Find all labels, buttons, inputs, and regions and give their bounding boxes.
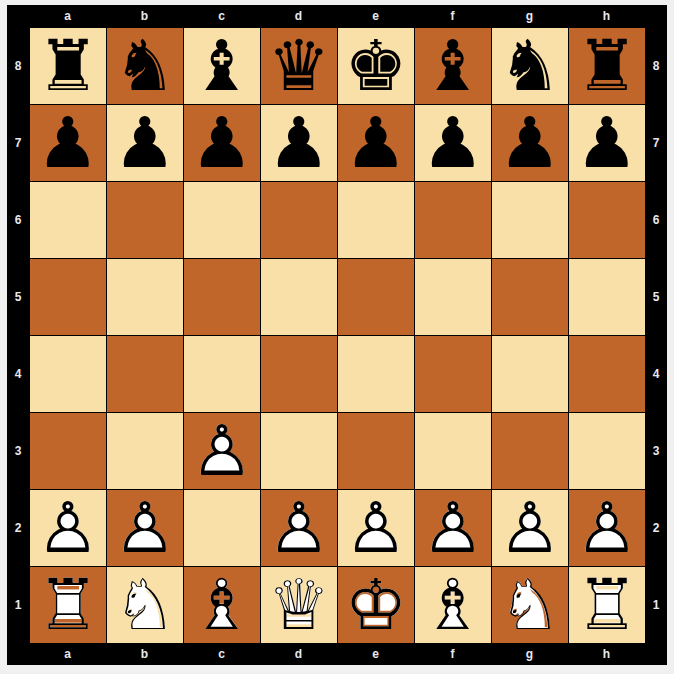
square-e6[interactable] [337, 181, 414, 258]
piece-white-pawn[interactable]: ♟♙ [30, 490, 106, 566]
piece-white-pawn[interactable]: ♟♙ [184, 413, 260, 489]
square-h1[interactable]: ♜♖ [568, 566, 645, 643]
piece-white-rook[interactable]: ♜♖ [30, 567, 106, 643]
square-f6[interactable] [414, 181, 491, 258]
black-bishop-glyph: ♝ [415, 28, 491, 104]
white-pawn-glyph: ♟ [107, 490, 183, 566]
square-b6[interactable] [106, 181, 183, 258]
white-pawn-glyph: ♟ [261, 490, 337, 566]
black-pawn-glyph: ♟ [184, 105, 260, 181]
piece-black-pawn[interactable]: ♟ [338, 105, 414, 181]
square-h5[interactable] [568, 258, 645, 335]
square-e7[interactable]: ♟ [337, 104, 414, 181]
square-g8[interactable]: ♞ [491, 27, 568, 104]
square-b2[interactable]: ♟♙ [106, 489, 183, 566]
square-e5[interactable] [337, 258, 414, 335]
square-a1[interactable]: ♜♖ [29, 566, 106, 643]
rank-label-right-1: 1 [645, 566, 667, 643]
piece-white-queen[interactable]: ♛♕ [261, 567, 337, 643]
black-pawn-glyph: ♟ [415, 105, 491, 181]
square-h6[interactable] [568, 181, 645, 258]
square-d8[interactable]: ♛ [260, 27, 337, 104]
square-h4[interactable] [568, 335, 645, 412]
square-b7[interactable]: ♟ [106, 104, 183, 181]
rank-label-right-2: 2 [645, 489, 667, 566]
white-rook-glyph: ♜ [30, 567, 106, 643]
square-d1[interactable]: ♛♕ [260, 566, 337, 643]
file-label-bottom-b: b [106, 643, 183, 665]
square-h2[interactable]: ♟♙ [568, 489, 645, 566]
piece-black-pawn[interactable]: ♟ [261, 105, 337, 181]
square-g4[interactable] [491, 335, 568, 412]
square-e1[interactable]: ♚♔ [337, 566, 414, 643]
file-label-bottom-e: e [337, 643, 414, 665]
white-pawn-glyph: ♟ [184, 413, 260, 489]
rank-label-right-6: 6 [645, 181, 667, 258]
black-queen-glyph: ♛ [261, 28, 337, 104]
square-h3[interactable] [568, 412, 645, 489]
square-g6[interactable] [491, 181, 568, 258]
file-label-top-a: a [29, 5, 106, 27]
piece-black-rook[interactable]: ♜ [30, 28, 106, 104]
white-pawn-outline-glyph: ♙ [30, 490, 106, 566]
square-d7[interactable]: ♟ [260, 104, 337, 181]
white-queen-glyph: ♛ [261, 567, 337, 643]
white-knight-glyph: ♞ [107, 567, 183, 643]
white-bishop-glyph: ♝ [184, 567, 260, 643]
piece-white-pawn[interactable]: ♟♙ [415, 490, 491, 566]
rank-label-right-4: 4 [645, 335, 667, 412]
square-d6[interactable] [260, 181, 337, 258]
white-pawn-outline-glyph: ♙ [107, 490, 183, 566]
square-b1[interactable]: ♞♘ [106, 566, 183, 643]
square-g7[interactable]: ♟ [491, 104, 568, 181]
piece-white-pawn[interactable]: ♟♙ [261, 490, 337, 566]
piece-white-rook[interactable]: ♜♖ [569, 567, 645, 643]
square-c4[interactable] [183, 335, 260, 412]
square-g1[interactable]: ♞♘ [491, 566, 568, 643]
rank-label-right-3: 3 [645, 412, 667, 489]
file-label-top-g: g [491, 5, 568, 27]
frame-corner [7, 5, 29, 27]
black-king-glyph: ♚ [338, 28, 414, 104]
white-pawn-glyph: ♟ [338, 490, 414, 566]
white-pawn-glyph: ♟ [569, 490, 645, 566]
square-b8[interactable]: ♞ [106, 27, 183, 104]
frame-corner [645, 643, 667, 665]
file-label-top-h: h [568, 5, 645, 27]
square-c7[interactable]: ♟ [183, 104, 260, 181]
rank-label-right-8: 8 [645, 27, 667, 104]
square-e2[interactable]: ♟♙ [337, 489, 414, 566]
piece-black-bishop[interactable]: ♝ [184, 28, 260, 104]
square-g2[interactable]: ♟♙ [491, 489, 568, 566]
rank-label-left-6: 6 [7, 181, 29, 258]
square-f1[interactable]: ♝♗ [414, 566, 491, 643]
file-label-top-d: d [260, 5, 337, 27]
white-rook-outline-glyph: ♖ [30, 567, 106, 643]
white-knight-outline-glyph: ♘ [107, 567, 183, 643]
square-d5[interactable] [260, 258, 337, 335]
square-a7[interactable]: ♟ [29, 104, 106, 181]
square-a8[interactable]: ♜ [29, 27, 106, 104]
square-b4[interactable] [106, 335, 183, 412]
square-f2[interactable]: ♟♙ [414, 489, 491, 566]
file-label-bottom-a: a [29, 643, 106, 665]
piece-white-pawn[interactable]: ♟♙ [107, 490, 183, 566]
square-c8[interactable]: ♝ [183, 27, 260, 104]
black-rook-glyph: ♜ [569, 28, 645, 104]
black-knight-glyph: ♞ [107, 28, 183, 104]
white-pawn-outline-glyph: ♙ [338, 490, 414, 566]
white-pawn-outline-glyph: ♙ [492, 490, 568, 566]
file-label-bottom-f: f [414, 643, 491, 665]
square-c3[interactable]: ♟♙ [183, 412, 260, 489]
white-pawn-glyph: ♟ [492, 490, 568, 566]
piece-white-king[interactable]: ♚♔ [338, 567, 414, 643]
rank-label-right-5: 5 [645, 258, 667, 335]
square-a2[interactable]: ♟♙ [29, 489, 106, 566]
square-d3[interactable] [260, 412, 337, 489]
piece-black-knight[interactable]: ♞ [107, 28, 183, 104]
white-bishop-glyph: ♝ [415, 567, 491, 643]
piece-white-bishop[interactable]: ♝♗ [184, 567, 260, 643]
black-bishop-glyph: ♝ [184, 28, 260, 104]
rank-label-right-7: 7 [645, 104, 667, 181]
piece-white-bishop[interactable]: ♝♗ [415, 567, 491, 643]
square-c2[interactable] [183, 489, 260, 566]
white-knight-outline-glyph: ♘ [492, 567, 568, 643]
square-b5[interactable] [106, 258, 183, 335]
piece-black-pawn[interactable]: ♟ [107, 105, 183, 181]
white-bishop-outline-glyph: ♗ [184, 567, 260, 643]
rank-label-left-5: 5 [7, 258, 29, 335]
chess-app-window: abcdefgh8♜♞♝♛♚♝♞♜87♟♟♟♟♟♟♟♟76655443♟♙32♟… [0, 0, 674, 674]
square-e3[interactable] [337, 412, 414, 489]
rank-label-left-2: 2 [7, 489, 29, 566]
square-c5[interactable] [183, 258, 260, 335]
square-e8[interactable]: ♚ [337, 27, 414, 104]
black-rook-glyph: ♜ [30, 28, 106, 104]
piece-black-pawn[interactable]: ♟ [30, 105, 106, 181]
file-label-top-c: c [183, 5, 260, 27]
file-label-bottom-g: g [491, 643, 568, 665]
square-g3[interactable] [491, 412, 568, 489]
square-d2[interactable]: ♟♙ [260, 489, 337, 566]
rank-label-left-1: 1 [7, 566, 29, 643]
black-knight-glyph: ♞ [492, 28, 568, 104]
white-pawn-outline-glyph: ♙ [184, 413, 260, 489]
rank-label-left-7: 7 [7, 104, 29, 181]
square-f4[interactable] [414, 335, 491, 412]
white-pawn-outline-glyph: ♙ [569, 490, 645, 566]
rank-label-left-4: 4 [7, 335, 29, 412]
square-h7[interactable]: ♟ [568, 104, 645, 181]
white-knight-glyph: ♞ [492, 567, 568, 643]
square-f3[interactable] [414, 412, 491, 489]
piece-black-pawn[interactable]: ♟ [569, 105, 645, 181]
square-c1[interactable]: ♝♗ [183, 566, 260, 643]
black-pawn-glyph: ♟ [30, 105, 106, 181]
square-g5[interactable] [491, 258, 568, 335]
file-label-top-f: f [414, 5, 491, 27]
square-f8[interactable]: ♝ [414, 27, 491, 104]
white-king-outline-glyph: ♔ [338, 567, 414, 643]
white-pawn-outline-glyph: ♙ [415, 490, 491, 566]
file-label-bottom-d: d [260, 643, 337, 665]
white-pawn-glyph: ♟ [415, 490, 491, 566]
square-a5[interactable] [29, 258, 106, 335]
piece-black-pawn[interactable]: ♟ [492, 105, 568, 181]
frame-corner [645, 5, 667, 27]
square-a6[interactable] [29, 181, 106, 258]
square-e4[interactable] [337, 335, 414, 412]
chess-board: abcdefgh8♜♞♝♛♚♝♞♜87♟♟♟♟♟♟♟♟76655443♟♙32♟… [7, 5, 667, 665]
piece-white-knight[interactable]: ♞♘ [492, 567, 568, 643]
rank-label-left-8: 8 [7, 27, 29, 104]
square-b3[interactable] [106, 412, 183, 489]
piece-white-pawn[interactable]: ♟♙ [492, 490, 568, 566]
black-pawn-glyph: ♟ [261, 105, 337, 181]
piece-black-king[interactable]: ♚ [338, 28, 414, 104]
piece-white-pawn[interactable]: ♟♙ [338, 490, 414, 566]
white-rook-outline-glyph: ♖ [569, 567, 645, 643]
square-d4[interactable] [260, 335, 337, 412]
file-label-bottom-c: c [183, 643, 260, 665]
white-king-glyph: ♚ [338, 567, 414, 643]
frame-corner [7, 643, 29, 665]
file-label-top-b: b [106, 5, 183, 27]
piece-black-pawn[interactable]: ♟ [184, 105, 260, 181]
square-f5[interactable] [414, 258, 491, 335]
white-rook-glyph: ♜ [569, 567, 645, 643]
white-queen-outline-glyph: ♕ [261, 567, 337, 643]
piece-white-pawn[interactable]: ♟♙ [569, 490, 645, 566]
black-pawn-glyph: ♟ [569, 105, 645, 181]
piece-white-knight[interactable]: ♞♘ [107, 567, 183, 643]
piece-black-rook[interactable]: ♜ [569, 28, 645, 104]
square-f7[interactable]: ♟ [414, 104, 491, 181]
piece-black-queen[interactable]: ♛ [261, 28, 337, 104]
square-a3[interactable] [29, 412, 106, 489]
black-pawn-glyph: ♟ [492, 105, 568, 181]
rank-label-left-3: 3 [7, 412, 29, 489]
square-h8[interactable]: ♜ [568, 27, 645, 104]
piece-black-pawn[interactable]: ♟ [415, 105, 491, 181]
white-pawn-outline-glyph: ♙ [261, 490, 337, 566]
black-pawn-glyph: ♟ [338, 105, 414, 181]
file-label-top-e: e [337, 5, 414, 27]
piece-black-knight[interactable]: ♞ [492, 28, 568, 104]
white-pawn-glyph: ♟ [30, 490, 106, 566]
square-c6[interactable] [183, 181, 260, 258]
square-a4[interactable] [29, 335, 106, 412]
file-label-bottom-h: h [568, 643, 645, 665]
white-bishop-outline-glyph: ♗ [415, 567, 491, 643]
piece-black-bishop[interactable]: ♝ [415, 28, 491, 104]
black-pawn-glyph: ♟ [107, 105, 183, 181]
